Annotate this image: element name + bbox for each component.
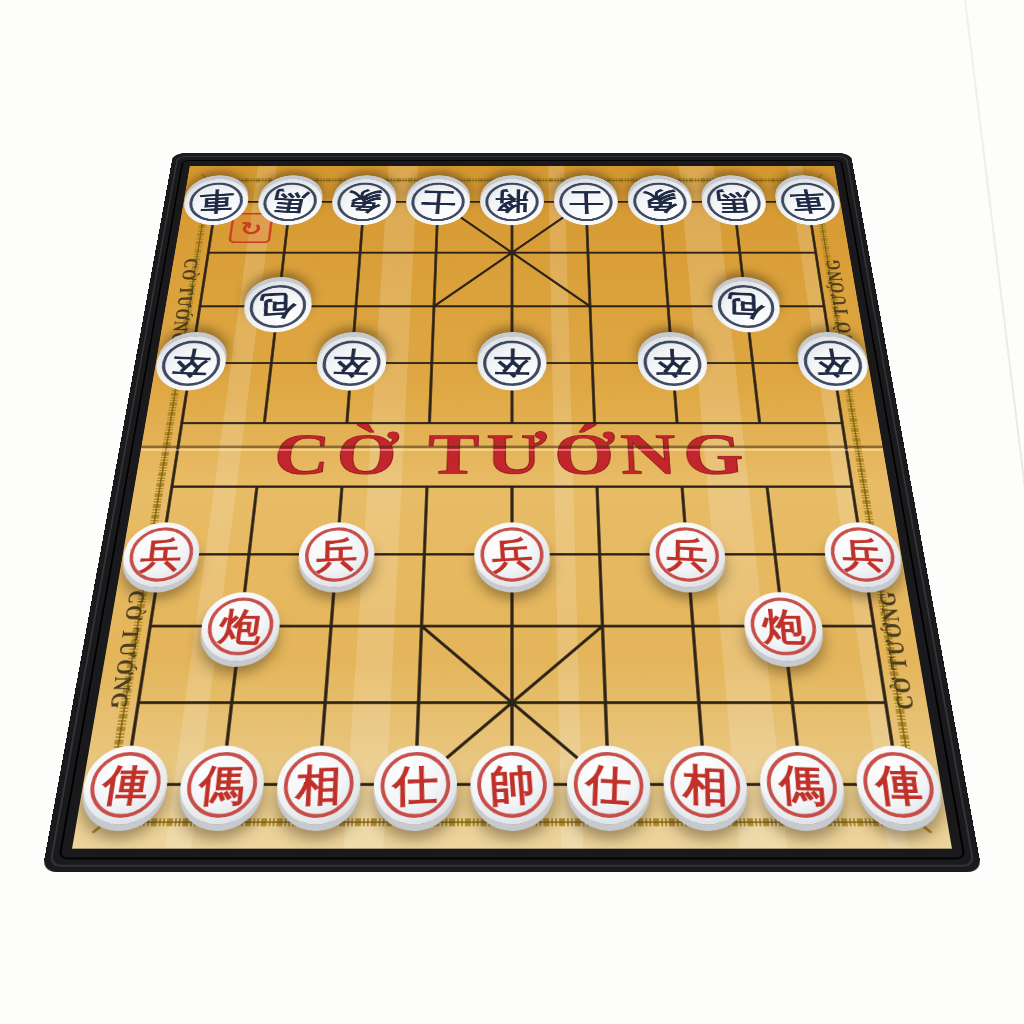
piece-glyph: 俥 <box>852 745 946 825</box>
piece-black-chariot-f9[interactable]: 車 <box>771 178 845 226</box>
piece-red-advisor-f6[interactable]: 仕 <box>565 743 651 827</box>
piece-black-chariot-f1[interactable]: 車 <box>182 177 249 226</box>
piece-glyph: 仕 <box>565 743 651 827</box>
piece-black-general-f5[interactable]: 將 <box>479 179 544 226</box>
piece-black-horse-f8[interactable]: 馬 <box>699 178 770 226</box>
piece-glyph: 兵 <box>298 521 375 589</box>
piece-black-cannon-f8[interactable]: 包 <box>712 279 781 334</box>
piece-red-soldier-f9[interactable]: 兵 <box>822 521 904 589</box>
piece-glyph: 象 <box>626 179 694 226</box>
piece-glyph: 將 <box>479 179 544 226</box>
piece-black-cannon-f2[interactable]: 包 <box>243 279 312 334</box>
piece-red-horse-f2[interactable]: 傌 <box>176 745 267 825</box>
piece-red-elephant-f7[interactable]: 相 <box>663 744 748 827</box>
piece-glyph: 兵 <box>822 521 904 589</box>
piece-black-soldier-f3[interactable]: 卒 <box>313 335 388 391</box>
piece-glyph: 車 <box>182 177 249 226</box>
piece-glyph: 仕 <box>374 744 458 827</box>
piece-glyph: 炮 <box>742 592 827 662</box>
piece-glyph: 象 <box>329 178 399 226</box>
piece-red-advisor-f4[interactable]: 仕 <box>374 744 458 827</box>
piece-glyph: 卒 <box>476 336 546 391</box>
piece-black-soldier-f1[interactable]: 卒 <box>150 335 230 392</box>
piece-glyph: 士 <box>554 179 619 225</box>
piece-black-soldier-f7[interactable]: 卒 <box>636 336 709 390</box>
piece-glyph: 傌 <box>758 744 848 825</box>
piece-glyph: 包 <box>243 279 312 334</box>
piece-glyph: 馬 <box>699 178 770 226</box>
piece-glyph: 相 <box>663 744 748 827</box>
piece-red-horse-f8[interactable]: 傌 <box>758 744 848 825</box>
piece-red-cannon-f8[interactable]: 炮 <box>742 592 827 662</box>
piece-black-elephant-f7[interactable]: 象 <box>626 179 694 226</box>
piece-glyph: 馬 <box>253 177 326 226</box>
piece-glyph: 車 <box>771 178 845 226</box>
piece-black-advisor-f4[interactable]: 士 <box>404 178 472 226</box>
piece-glyph: 傌 <box>176 745 267 825</box>
piece-glyph: 兵 <box>119 521 202 588</box>
piece-red-soldier-f5[interactable]: 兵 <box>472 520 552 589</box>
piece-layer: 車馬象士將士象馬車包包卒卒卒卒卒兵兵兵兵兵炮炮俥傌相仕帥仕相傌俥 <box>42 153 982 872</box>
piece-glyph: 兵 <box>472 520 552 589</box>
piece-glyph: 帥 <box>468 743 557 827</box>
piece-glyph: 卒 <box>150 335 230 392</box>
piece-glyph: 俥 <box>77 746 172 825</box>
piece-glyph: 相 <box>275 744 361 825</box>
piece-glyph: 包 <box>712 279 781 334</box>
xiangqi-board: CỜ TƯỚNG ↻ CỜ TƯỚNG CỜ TƯỚNG CỜ TƯỚNG CỜ… <box>42 153 982 872</box>
piece-red-chariot-f1[interactable]: 俥 <box>77 746 172 825</box>
piece-glyph: 卒 <box>794 336 872 391</box>
piece-glyph: 卒 <box>313 335 388 391</box>
piece-black-horse-f2[interactable]: 馬 <box>253 177 326 226</box>
piece-black-soldier-f9[interactable]: 卒 <box>794 336 872 391</box>
piece-red-elephant-f3[interactable]: 相 <box>275 744 361 825</box>
piece-glyph: 兵 <box>649 520 726 589</box>
piece-red-soldier-f3[interactable]: 兵 <box>298 521 375 589</box>
piece-glyph: 炮 <box>196 591 284 662</box>
piece-red-soldier-f1[interactable]: 兵 <box>119 521 202 588</box>
piece-black-soldier-f5[interactable]: 卒 <box>476 336 546 391</box>
piece-red-cannon-f2[interactable]: 炮 <box>196 591 284 662</box>
piece-red-chariot-f9[interactable]: 俥 <box>852 745 946 825</box>
background-wall-edge <box>964 0 1024 755</box>
piece-black-advisor-f6[interactable]: 士 <box>554 179 619 225</box>
piece-red-soldier-f7[interactable]: 兵 <box>649 520 726 589</box>
piece-glyph: 卒 <box>636 336 709 390</box>
piece-red-general-f5[interactable]: 帥 <box>468 743 557 827</box>
piece-black-elephant-f3[interactable]: 象 <box>329 178 399 226</box>
piece-glyph: 士 <box>404 178 472 226</box>
